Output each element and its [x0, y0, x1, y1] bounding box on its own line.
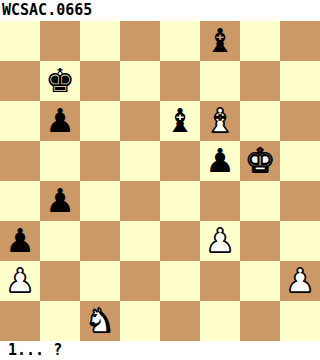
square-b1[interactable]: [40, 301, 80, 341]
square-c7[interactable]: [80, 61, 120, 101]
square-f4[interactable]: [200, 181, 240, 221]
square-h1[interactable]: [280, 301, 320, 341]
square-e3[interactable]: [160, 221, 200, 261]
square-f8[interactable]: ♝: [200, 21, 240, 61]
square-e7[interactable]: [160, 61, 200, 101]
chess-board: ♝♚♟♝♝♟♚♟♟♟♟♟♞: [0, 21, 320, 341]
square-a5[interactable]: [0, 141, 40, 181]
square-g3[interactable]: [240, 221, 280, 261]
square-h7[interactable]: [280, 61, 320, 101]
square-g7[interactable]: [240, 61, 280, 101]
square-e6[interactable]: ♝: [160, 101, 200, 141]
piece-black-bishop[interactable]: ♝: [205, 21, 235, 61]
piece-white-king[interactable]: ♚: [245, 141, 275, 181]
square-a6[interactable]: [0, 101, 40, 141]
piece-white-knight[interactable]: ♞: [85, 301, 115, 341]
square-c3[interactable]: [80, 221, 120, 261]
square-f2[interactable]: [200, 261, 240, 301]
square-e4[interactable]: [160, 181, 200, 221]
square-h8[interactable]: [280, 21, 320, 61]
square-f3[interactable]: ♟: [200, 221, 240, 261]
square-d2[interactable]: [120, 261, 160, 301]
square-b5[interactable]: [40, 141, 80, 181]
square-d7[interactable]: [120, 61, 160, 101]
piece-black-pawn[interactable]: ♟: [205, 141, 235, 181]
square-e8[interactable]: [160, 21, 200, 61]
piece-white-pawn[interactable]: ♟: [5, 261, 35, 301]
piece-black-bishop[interactable]: ♝: [165, 101, 195, 141]
square-b7[interactable]: ♚: [40, 61, 80, 101]
piece-black-pawn[interactable]: ♟: [45, 101, 75, 141]
move-prompt: 1... ?: [0, 341, 320, 360]
square-g2[interactable]: [240, 261, 280, 301]
square-a1[interactable]: [0, 301, 40, 341]
square-f1[interactable]: [200, 301, 240, 341]
square-h3[interactable]: [280, 221, 320, 261]
square-c1[interactable]: ♞: [80, 301, 120, 341]
square-d6[interactable]: [120, 101, 160, 141]
square-f7[interactable]: [200, 61, 240, 101]
square-a2[interactable]: ♟: [0, 261, 40, 301]
square-h2[interactable]: ♟: [280, 261, 320, 301]
square-g5[interactable]: ♚: [240, 141, 280, 181]
chess-puzzle-window: WCSAC.0665 ♝♚♟♝♝♟♚♟♟♟♟♟♞ 1... ?: [0, 0, 320, 360]
square-h4[interactable]: [280, 181, 320, 221]
puzzle-title: WCSAC.0665: [0, 0, 320, 21]
square-b4[interactable]: ♟: [40, 181, 80, 221]
square-a8[interactable]: [0, 21, 40, 61]
square-b3[interactable]: [40, 221, 80, 261]
square-b6[interactable]: ♟: [40, 101, 80, 141]
square-d5[interactable]: [120, 141, 160, 181]
square-c4[interactable]: [80, 181, 120, 221]
square-d8[interactable]: [120, 21, 160, 61]
square-e2[interactable]: [160, 261, 200, 301]
square-g1[interactable]: [240, 301, 280, 341]
square-f6[interactable]: ♝: [200, 101, 240, 141]
square-a3[interactable]: ♟: [0, 221, 40, 261]
piece-white-pawn[interactable]: ♟: [205, 221, 235, 261]
piece-white-pawn[interactable]: ♟: [285, 261, 315, 301]
square-a4[interactable]: [0, 181, 40, 221]
square-h5[interactable]: [280, 141, 320, 181]
piece-black-pawn[interactable]: ♟: [45, 181, 75, 221]
piece-black-pawn[interactable]: ♟: [5, 221, 35, 261]
square-e1[interactable]: [160, 301, 200, 341]
square-g8[interactable]: [240, 21, 280, 61]
square-b8[interactable]: [40, 21, 80, 61]
square-h6[interactable]: [280, 101, 320, 141]
square-g6[interactable]: [240, 101, 280, 141]
square-c8[interactable]: [80, 21, 120, 61]
square-e5[interactable]: [160, 141, 200, 181]
square-f5[interactable]: ♟: [200, 141, 240, 181]
square-c2[interactable]: [80, 261, 120, 301]
piece-black-king[interactable]: ♚: [45, 61, 75, 101]
piece-white-bishop[interactable]: ♝: [205, 101, 235, 141]
square-b2[interactable]: [40, 261, 80, 301]
square-d3[interactable]: [120, 221, 160, 261]
square-d1[interactable]: [120, 301, 160, 341]
square-a7[interactable]: [0, 61, 40, 101]
square-g4[interactable]: [240, 181, 280, 221]
square-d4[interactable]: [120, 181, 160, 221]
square-c6[interactable]: [80, 101, 120, 141]
square-c5[interactable]: [80, 141, 120, 181]
